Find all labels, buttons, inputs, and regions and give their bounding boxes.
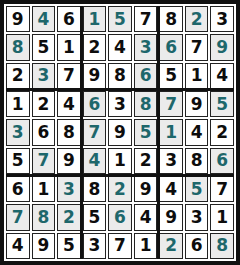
- cell-r4c3[interactable]: 4: [57, 91, 81, 117]
- cell-r7c9[interactable]: 7: [210, 176, 234, 202]
- cell-r9c9[interactable]: 8: [210, 233, 234, 259]
- cell-r5c6[interactable]: 5: [134, 119, 158, 145]
- cell-r3c8[interactable]: 1: [185, 63, 209, 89]
- cell-r3c7[interactable]: 5: [159, 63, 183, 89]
- cell-r8c1[interactable]: 7: [6, 204, 30, 230]
- cell-r2c4[interactable]: 2: [83, 34, 107, 60]
- cell-r1c5[interactable]: 5: [108, 6, 132, 32]
- cell-r6c3[interactable]: 9: [57, 148, 81, 174]
- cell-r7c4[interactable]: 8: [83, 176, 107, 202]
- cell-r6c1[interactable]: 5: [6, 148, 30, 174]
- cell-r5c3[interactable]: 8: [57, 119, 81, 145]
- cell-r6c2[interactable]: 7: [32, 148, 56, 174]
- cell-r3c3[interactable]: 7: [57, 63, 81, 89]
- cell-r7c6[interactable]: 9: [134, 176, 158, 202]
- cell-r9c3[interactable]: 5: [57, 233, 81, 259]
- cell-r1c6[interactable]: 7: [134, 6, 158, 32]
- cell-r2c7[interactable]: 6: [159, 34, 183, 60]
- cell-r4c9[interactable]: 5: [210, 91, 234, 117]
- cell-r2c2[interactable]: 5: [32, 34, 56, 60]
- cell-r6c9[interactable]: 6: [210, 148, 234, 174]
- cell-r1c8[interactable]: 2: [185, 6, 209, 32]
- cell-r2c1[interactable]: 8: [6, 34, 30, 60]
- cell-r1c1[interactable]: 9: [6, 6, 30, 32]
- cell-r2c5[interactable]: 4: [108, 34, 132, 60]
- cell-r5c2[interactable]: 6: [32, 119, 56, 145]
- cell-r2c3[interactable]: 1: [57, 34, 81, 60]
- cell-r1c3[interactable]: 6: [57, 6, 81, 32]
- cell-r8c9[interactable]: 1: [210, 204, 234, 230]
- cell-r9c6[interactable]: 1: [134, 233, 158, 259]
- cell-r9c5[interactable]: 7: [108, 233, 132, 259]
- cell-r4c8[interactable]: 9: [185, 91, 209, 117]
- cell-r8c3[interactable]: 2: [57, 204, 81, 230]
- cell-r8c7[interactable]: 9: [159, 204, 183, 230]
- cell-r2c8[interactable]: 7: [185, 34, 209, 60]
- cell-r5c9[interactable]: 2: [210, 119, 234, 145]
- cell-r4c4[interactable]: 6: [83, 91, 107, 117]
- cell-r4c1[interactable]: 1: [6, 91, 30, 117]
- cell-r9c2[interactable]: 9: [32, 233, 56, 259]
- cell-r3c6[interactable]: 6: [134, 63, 158, 89]
- cell-r5c5[interactable]: 9: [108, 119, 132, 145]
- sudoku-grid: 9461578238512436792379865141246387953687…: [6, 6, 234, 259]
- cell-r5c8[interactable]: 4: [185, 119, 209, 145]
- cell-r9c4[interactable]: 3: [83, 233, 107, 259]
- cell-r6c7[interactable]: 3: [159, 148, 183, 174]
- cell-r6c4[interactable]: 4: [83, 148, 107, 174]
- cell-r5c7[interactable]: 1: [159, 119, 183, 145]
- cell-r7c1[interactable]: 6: [6, 176, 30, 202]
- cell-r5c1[interactable]: 3: [6, 119, 30, 145]
- cell-r8c5[interactable]: 6: [108, 204, 132, 230]
- cell-r6c6[interactable]: 2: [134, 148, 158, 174]
- cell-r9c1[interactable]: 4: [6, 233, 30, 259]
- cell-r8c6[interactable]: 4: [134, 204, 158, 230]
- sudoku-board: 9461578238512436792379865141246387953687…: [0, 0, 240, 265]
- cell-r4c2[interactable]: 2: [32, 91, 56, 117]
- cell-r3c2[interactable]: 3: [32, 63, 56, 89]
- cell-r3c9[interactable]: 4: [210, 63, 234, 89]
- cell-r8c4[interactable]: 5: [83, 204, 107, 230]
- cell-r8c2[interactable]: 8: [32, 204, 56, 230]
- cell-r1c9[interactable]: 3: [210, 6, 234, 32]
- cell-r4c7[interactable]: 7: [159, 91, 183, 117]
- cell-r7c8[interactable]: 5: [185, 176, 209, 202]
- cell-r9c7[interactable]: 2: [159, 233, 183, 259]
- cell-r1c4[interactable]: 1: [83, 6, 107, 32]
- cell-r6c5[interactable]: 1: [108, 148, 132, 174]
- cell-r3c1[interactable]: 2: [6, 63, 30, 89]
- cell-r7c3[interactable]: 3: [57, 176, 81, 202]
- cell-r5c4[interactable]: 7: [83, 119, 107, 145]
- cell-r2c6[interactable]: 3: [134, 34, 158, 60]
- cell-r7c5[interactable]: 2: [108, 176, 132, 202]
- cell-r1c7[interactable]: 8: [159, 6, 183, 32]
- cell-r7c2[interactable]: 1: [32, 176, 56, 202]
- cell-r9c8[interactable]: 6: [185, 233, 209, 259]
- cell-r4c6[interactable]: 8: [134, 91, 158, 117]
- cell-r1c2[interactable]: 4: [32, 6, 56, 32]
- cell-r3c4[interactable]: 9: [83, 63, 107, 89]
- cell-r4c5[interactable]: 3: [108, 91, 132, 117]
- cell-r7c7[interactable]: 4: [159, 176, 183, 202]
- cell-r2c9[interactable]: 9: [210, 34, 234, 60]
- cell-r8c8[interactable]: 3: [185, 204, 209, 230]
- cell-r3c5[interactable]: 8: [108, 63, 132, 89]
- cell-r6c8[interactable]: 8: [185, 148, 209, 174]
